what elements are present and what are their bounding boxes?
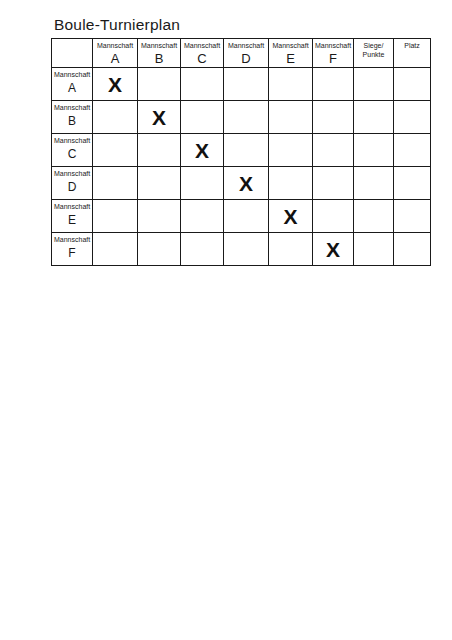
corner-cell [52,39,93,68]
cell-a-f [313,68,354,101]
cell-b-c [181,101,224,134]
document-page: Boule-Turnierplan MannschaftAMannschaftB… [51,16,431,266]
col-header-label: Mannschaft [97,41,133,50]
row-header-letter: E [68,214,76,230]
cell-e-f [313,200,354,233]
cell-f-siege-punkte [354,233,394,266]
cell-c-a [93,134,138,167]
cell-c-c: X [181,134,224,167]
col-header-label: Mannschaft [184,41,220,50]
cell-d-c [181,167,224,200]
cell-c-siege-punkte [354,134,394,167]
col-header-team-a: MannschaftA [93,39,138,68]
cell-a-a: X [93,68,138,101]
row-header-letter: D [68,181,77,197]
cell-e-e: X [269,200,313,233]
cell-e-siege-punkte [354,200,394,233]
col-header-team-e: MannschaftE [269,39,313,68]
header-platz-line: Platz [404,41,420,50]
row-header-letter-wrap: B [52,112,92,133]
cell-a-d [224,68,269,101]
row-header-letter-wrap: D [52,178,92,199]
cell-e-b [138,200,181,233]
page-title: Boule-Turnierplan [54,16,431,34]
row-header-label: Mannschaft [52,134,90,145]
cell-d-platz [394,167,431,200]
tournament-table: MannschaftAMannschaftBMannschaftCMannsch… [51,38,431,266]
row-header-team-b: MannschaftB [52,101,93,134]
cell-d-f [313,167,354,200]
cell-f-e [269,233,313,266]
cell-c-e [269,134,313,167]
cell-d-siege-punkte [354,167,394,200]
cell-a-platz [394,68,431,101]
row-header-label: Mannschaft [52,167,90,178]
self-pairing-mark: X [152,107,166,128]
cell-b-platz [394,101,431,134]
col-header-label: Mannschaft [315,41,351,50]
cell-a-e [269,68,313,101]
cell-a-b [138,68,181,101]
cell-d-b [138,167,181,200]
row-header-team-d: MannschaftD [52,167,93,200]
header-siege-punkte-line: Siege/ [364,41,384,50]
row-header-letter-wrap: E [52,211,92,232]
cell-b-d [224,101,269,134]
col-header-letter: A [111,51,120,66]
cell-c-f [313,134,354,167]
cell-c-platz [394,134,431,167]
row-header-team-c: MannschaftC [52,134,93,167]
cell-f-b [138,233,181,266]
cell-e-d [224,200,269,233]
cell-d-e [269,167,313,200]
col-header-letter: E [286,51,295,66]
row-header-letter-wrap: C [52,145,92,166]
self-pairing-mark: X [239,173,253,194]
cell-f-platz [394,233,431,266]
cell-f-a [93,233,138,266]
col-header-letter: F [329,51,337,66]
row-header-label: Mannschaft [52,68,90,79]
cell-f-d [224,233,269,266]
cell-b-f [313,101,354,134]
row-header-label: Mannschaft [52,200,90,211]
self-pairing-mark: X [283,206,297,227]
cell-e-platz [394,200,431,233]
cell-b-e [269,101,313,134]
row-header-team-e: MannschaftE [52,200,93,233]
row-header-letter: C [68,148,77,164]
cell-e-a [93,200,138,233]
row-header-team-a: MannschaftA [52,68,93,101]
cell-f-f: X [313,233,354,266]
row-header-letter: B [68,115,76,131]
col-header-letter: B [155,51,164,66]
cell-c-b [138,134,181,167]
cell-e-c [181,200,224,233]
col-header-team-d: MannschaftD [224,39,269,68]
header-siege-punkte: Siege/Punkte [354,39,394,68]
cell-b-siege-punkte [354,101,394,134]
self-pairing-mark: X [108,74,122,95]
row-header-team-f: MannschaftF [52,233,93,266]
col-header-team-f: MannschaftF [313,39,354,68]
cell-c-d [224,134,269,167]
self-pairing-mark: X [195,140,209,161]
row-header-letter-wrap: F [52,244,92,265]
col-header-letter: C [197,51,206,66]
col-header-letter: D [241,51,250,66]
row-header-label: Mannschaft [52,233,90,244]
cell-b-a [93,101,138,134]
cell-a-c [181,68,224,101]
col-header-team-b: MannschaftB [138,39,181,68]
cell-d-d: X [224,167,269,200]
header-siege-punkte-line: Punkte [363,50,385,59]
cell-a-siege-punkte [354,68,394,101]
col-header-label: Mannschaft [228,41,264,50]
self-pairing-mark: X [326,239,340,260]
row-header-letter: A [68,82,76,98]
row-header-letter: F [68,247,75,263]
col-header-label: Mannschaft [272,41,308,50]
col-header-team-c: MannschaftC [181,39,224,68]
cell-b-b: X [138,101,181,134]
col-header-label: Mannschaft [141,41,177,50]
header-platz: Platz [394,39,431,68]
cell-d-a [93,167,138,200]
cell-f-c [181,233,224,266]
row-header-letter-wrap: A [52,79,92,100]
row-header-label: Mannschaft [52,101,90,112]
